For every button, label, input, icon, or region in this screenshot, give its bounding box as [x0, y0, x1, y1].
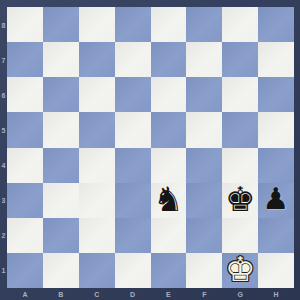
square-b8[interactable] [43, 7, 79, 42]
file-label-e: E [166, 291, 171, 298]
square-a2[interactable] [7, 218, 43, 253]
square-f6[interactable] [186, 77, 222, 112]
chess-diagram: ♞♚♟♚ 87654321ABCDEFGH [0, 0, 300, 300]
square-e6[interactable] [151, 77, 187, 112]
square-e4[interactable] [151, 148, 187, 183]
square-h7[interactable] [258, 42, 294, 77]
square-b2[interactable] [43, 218, 79, 253]
square-e5[interactable] [151, 112, 187, 147]
rank-label-4: 4 [2, 162, 6, 169]
square-h8[interactable] [258, 7, 294, 42]
square-f5[interactable] [186, 112, 222, 147]
file-label-d: D [130, 291, 135, 298]
square-d1[interactable] [115, 253, 151, 288]
square-e2[interactable] [151, 218, 187, 253]
square-e1[interactable] [151, 253, 187, 288]
square-h3[interactable]: ♟ [258, 183, 294, 218]
square-f1[interactable] [186, 253, 222, 288]
square-a6[interactable] [7, 77, 43, 112]
square-d3[interactable] [115, 183, 151, 218]
rank-label-6: 6 [2, 91, 6, 98]
square-b3[interactable] [43, 183, 79, 218]
square-a5[interactable] [7, 112, 43, 147]
white-king[interactable]: ♚ [225, 252, 255, 286]
square-f3[interactable] [186, 183, 222, 218]
square-e3[interactable]: ♞ [151, 183, 187, 218]
square-h6[interactable] [258, 77, 294, 112]
file-label-g: G [237, 291, 242, 298]
square-b7[interactable] [43, 42, 79, 77]
square-a7[interactable] [7, 42, 43, 77]
square-d5[interactable] [115, 112, 151, 147]
square-g6[interactable] [222, 77, 258, 112]
square-d7[interactable] [115, 42, 151, 77]
square-g4[interactable] [222, 148, 258, 183]
square-a3[interactable] [7, 183, 43, 218]
square-b5[interactable] [43, 112, 79, 147]
square-g8[interactable] [222, 7, 258, 42]
square-g1[interactable]: ♚ [222, 253, 258, 288]
square-h1[interactable] [258, 253, 294, 288]
square-g7[interactable] [222, 42, 258, 77]
square-c3[interactable] [79, 183, 115, 218]
chessboard: ♞♚♟♚ [7, 7, 294, 288]
square-d8[interactable] [115, 7, 151, 42]
square-d4[interactable] [115, 148, 151, 183]
square-e7[interactable] [151, 42, 187, 77]
square-e8[interactable] [151, 7, 187, 42]
file-label-b: B [58, 291, 63, 298]
square-c4[interactable] [79, 148, 115, 183]
rank-label-1: 1 [2, 267, 6, 274]
square-c6[interactable] [79, 77, 115, 112]
square-d6[interactable] [115, 77, 151, 112]
square-g3[interactable]: ♚ [222, 183, 258, 218]
square-f4[interactable] [186, 148, 222, 183]
rank-label-3: 3 [2, 197, 6, 204]
square-c2[interactable] [79, 218, 115, 253]
rank-label-7: 7 [2, 56, 6, 63]
rank-label-2: 2 [2, 232, 6, 239]
file-label-f: F [202, 291, 206, 298]
square-a4[interactable] [7, 148, 43, 183]
square-b6[interactable] [43, 77, 79, 112]
square-b4[interactable] [43, 148, 79, 183]
square-f8[interactable] [186, 7, 222, 42]
square-g2[interactable] [222, 218, 258, 253]
rank-label-5: 5 [2, 126, 6, 133]
square-h5[interactable] [258, 112, 294, 147]
square-g5[interactable] [222, 112, 258, 147]
square-b1[interactable] [43, 253, 79, 288]
square-c1[interactable] [79, 253, 115, 288]
square-f2[interactable] [186, 218, 222, 253]
square-c8[interactable] [79, 7, 115, 42]
black-knight[interactable]: ♞ [153, 182, 183, 216]
square-f7[interactable] [186, 42, 222, 77]
file-label-h: H [274, 291, 279, 298]
file-label-c: C [94, 291, 99, 298]
rank-label-8: 8 [2, 21, 6, 28]
square-h2[interactable] [258, 218, 294, 253]
square-d2[interactable] [115, 218, 151, 253]
file-label-a: A [22, 291, 27, 298]
black-king[interactable]: ♚ [225, 182, 255, 216]
square-a1[interactable] [7, 253, 43, 288]
square-c7[interactable] [79, 42, 115, 77]
black-pawn[interactable]: ♟ [263, 184, 290, 214]
square-h4[interactable] [258, 148, 294, 183]
square-a8[interactable] [7, 7, 43, 42]
square-c5[interactable] [79, 112, 115, 147]
